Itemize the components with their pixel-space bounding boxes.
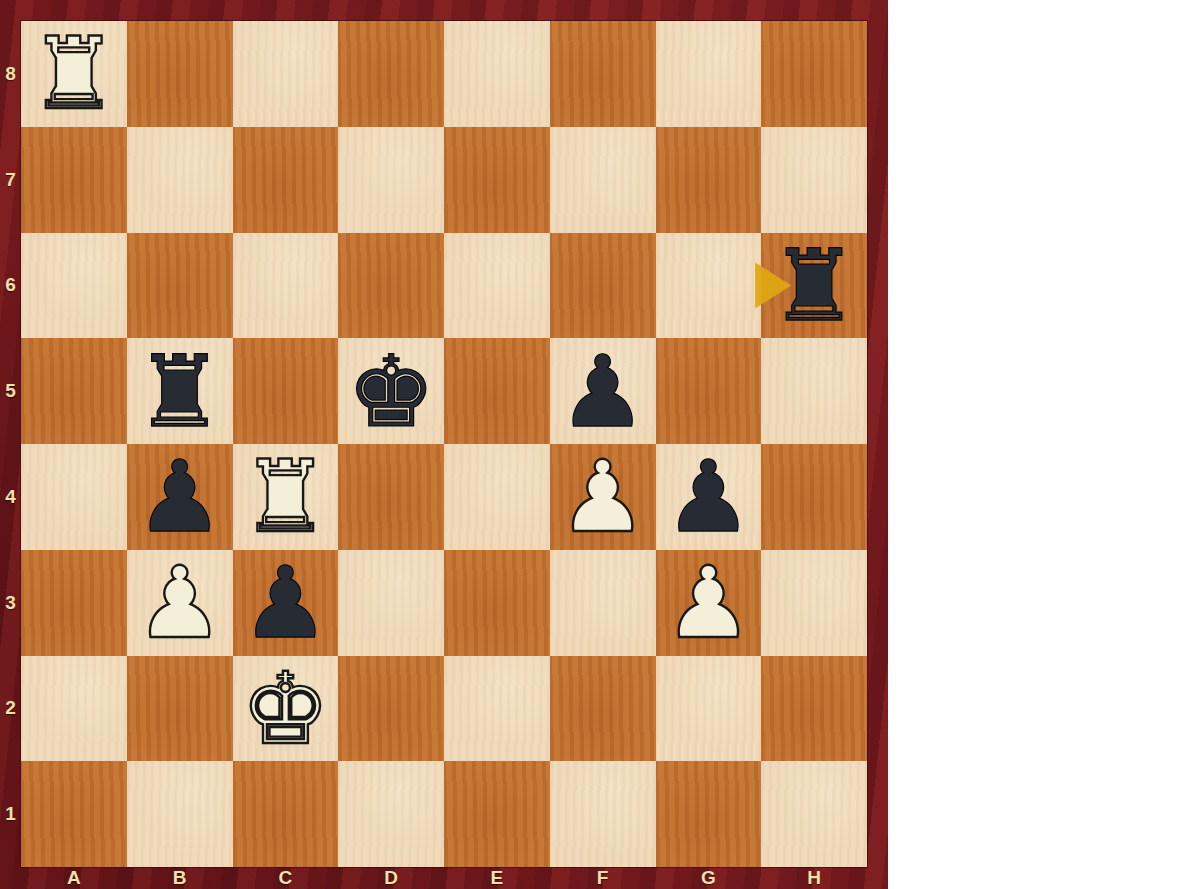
square-a1[interactable] [21,761,127,867]
square-c8[interactable] [233,21,339,127]
rank-label-5: 5 [0,338,21,444]
piece-black-pawn-f5[interactable]: ♟ [558,339,647,444]
square-g5[interactable] [656,338,762,444]
square-f2[interactable] [550,656,656,762]
square-g4[interactable]: ♟ [656,444,762,550]
square-f6[interactable] [550,233,656,339]
file-label-h: H [761,867,867,889]
square-g7[interactable] [656,127,762,233]
square-c6[interactable] [233,233,339,339]
square-d1[interactable] [338,761,444,867]
square-e5[interactable] [444,338,550,444]
square-c5[interactable] [233,338,339,444]
piece-white-king-c2[interactable]: ♚ [241,656,330,761]
square-f5[interactable]: ♟ [550,338,656,444]
screenshot-canvas: ♜♜♜♚♟♟♜♟♟♟♟♟♚ 87654321 ABCDEFGH [0,0,1200,889]
square-h6[interactable]: ♜ [761,233,867,339]
rank-label-7: 7 [0,127,21,233]
file-label-a: A [21,867,127,889]
square-a8[interactable]: ♜ [21,21,127,127]
square-d6[interactable] [338,233,444,339]
rank-label-8: 8 [0,21,21,127]
square-g8[interactable] [656,21,762,127]
square-c2[interactable]: ♚ [233,656,339,762]
file-label-f: F [550,867,656,889]
rank-label-3: 3 [0,550,21,656]
chess-board: ♜♜♜♚♟♟♜♟♟♟♟♟♚ 87654321 ABCDEFGH [0,0,888,889]
square-e4[interactable] [444,444,550,550]
piece-black-king-d5[interactable]: ♚ [347,339,436,444]
square-c1[interactable] [233,761,339,867]
square-e7[interactable] [444,127,550,233]
square-c3[interactable]: ♟ [233,550,339,656]
square-g6[interactable] [656,233,762,339]
square-d5[interactable]: ♚ [338,338,444,444]
piece-white-rook-c4[interactable]: ♜ [241,444,330,549]
square-d7[interactable] [338,127,444,233]
square-f1[interactable] [550,761,656,867]
piece-white-rook-a8[interactable]: ♜ [29,21,118,126]
square-b1[interactable] [127,761,233,867]
square-e6[interactable] [444,233,550,339]
square-b6[interactable] [127,233,233,339]
square-c7[interactable] [233,127,339,233]
square-a2[interactable] [21,656,127,762]
square-g3[interactable]: ♟ [656,550,762,656]
piece-black-pawn-b4[interactable]: ♟ [135,444,224,549]
square-e8[interactable] [444,21,550,127]
rank-label-1: 1 [0,761,21,867]
file-labels: ABCDEFGH [21,867,867,889]
square-d3[interactable] [338,550,444,656]
piece-black-pawn-g4[interactable]: ♟ [664,444,753,549]
piece-black-pawn-c3[interactable]: ♟ [241,550,330,655]
square-d8[interactable] [338,21,444,127]
file-label-c: C [233,867,339,889]
piece-white-pawn-b3[interactable]: ♟ [135,550,224,655]
square-d2[interactable] [338,656,444,762]
square-d4[interactable] [338,444,444,550]
rank-labels: 87654321 [0,21,21,867]
piece-black-rook-h6[interactable]: ♜ [770,233,859,338]
square-f7[interactable] [550,127,656,233]
board-squares-grid: ♜♜♜♚♟♟♜♟♟♟♟♟♚ [21,21,867,867]
square-a4[interactable] [21,444,127,550]
square-h7[interactable] [761,127,867,233]
rank-label-4: 4 [0,444,21,550]
square-a3[interactable] [21,550,127,656]
square-h4[interactable] [761,444,867,550]
square-h1[interactable] [761,761,867,867]
square-h8[interactable] [761,21,867,127]
square-b3[interactable]: ♟ [127,550,233,656]
square-f8[interactable] [550,21,656,127]
square-e3[interactable] [444,550,550,656]
square-f3[interactable] [550,550,656,656]
square-g2[interactable] [656,656,762,762]
square-b2[interactable] [127,656,233,762]
rank-label-6: 6 [0,233,21,339]
square-b4[interactable]: ♟ [127,444,233,550]
piece-white-pawn-g3[interactable]: ♟ [664,550,753,655]
square-c4[interactable]: ♜ [233,444,339,550]
piece-black-rook-b5[interactable]: ♜ [135,339,224,444]
file-label-d: D [338,867,444,889]
square-g1[interactable] [656,761,762,867]
square-a6[interactable] [21,233,127,339]
square-a7[interactable] [21,127,127,233]
square-f4[interactable]: ♟ [550,444,656,550]
file-label-b: B [127,867,233,889]
square-a5[interactable] [21,338,127,444]
square-b8[interactable] [127,21,233,127]
piece-white-pawn-f4[interactable]: ♟ [558,444,647,549]
square-b5[interactable]: ♜ [127,338,233,444]
square-e1[interactable] [444,761,550,867]
square-h5[interactable] [761,338,867,444]
file-label-e: E [444,867,550,889]
square-b7[interactable] [127,127,233,233]
square-h2[interactable] [761,656,867,762]
square-e2[interactable] [444,656,550,762]
rank-label-2: 2 [0,656,21,762]
file-label-g: G [656,867,762,889]
square-h3[interactable] [761,550,867,656]
